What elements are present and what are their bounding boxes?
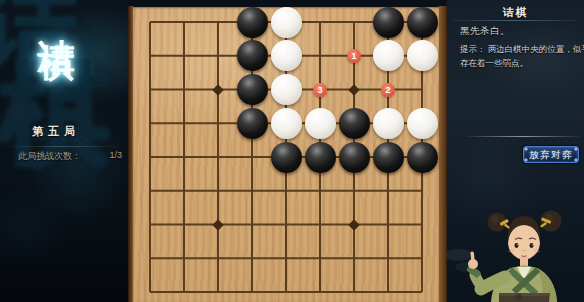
- hoshi-point: [348, 84, 359, 95]
- panel-title: 诘棋: [447, 5, 584, 20]
- stone-white: [271, 108, 302, 139]
- hint-line-2: 存在着一些弱点。: [460, 56, 584, 70]
- stone-black: [271, 142, 302, 173]
- stone-white: [271, 7, 302, 38]
- stone-black: [373, 7, 404, 38]
- panel-bottom-divider: [465, 136, 581, 137]
- stone-white: [373, 108, 404, 139]
- puzzle-objective: 黑先杀白。: [460, 25, 510, 38]
- give-up-button[interactable]: 放弃对弈: [523, 146, 579, 163]
- hint-marker-1[interactable]: 1: [347, 49, 361, 63]
- stone-black: [237, 40, 268, 71]
- stone-white: [373, 40, 404, 71]
- stone-black: [407, 142, 438, 173]
- stone-black: [237, 7, 268, 38]
- panel-title-divider: [452, 20, 579, 21]
- stone-black: [373, 142, 404, 173]
- stone-black: [237, 108, 268, 139]
- hint-marker-3[interactable]: 3: [313, 83, 327, 97]
- puzzle-info-panel: 诘棋 黑先杀白。 提示： 两边白棋中央的位置，似乎 存在着一些弱点。 放弃对弈: [447, 0, 584, 302]
- hoshi-point: [348, 219, 359, 230]
- stone-black: [407, 7, 438, 38]
- game-screen: 诘 棋 诘棋 第五局 此局挑战次数： 1/3 123 诘棋 黑先杀白。 提示： …: [0, 0, 584, 302]
- stone-black: [339, 108, 370, 139]
- stone-white: [305, 108, 336, 139]
- stone-white: [407, 40, 438, 71]
- hint-line-1: 提示： 两边白棋中央的位置，似乎: [460, 42, 584, 56]
- hoshi-point: [212, 84, 223, 95]
- stone-white: [407, 108, 438, 139]
- puzzle-hint: 提示： 两边白棋中央的位置，似乎 存在着一些弱点。: [460, 42, 584, 70]
- stone-black: [339, 142, 370, 173]
- stone-white: [271, 40, 302, 71]
- stone-white: [271, 74, 302, 105]
- stone-black: [305, 142, 336, 173]
- stone-black: [237, 74, 268, 105]
- companion-character: [447, 195, 584, 302]
- hint-marker-2[interactable]: 2: [381, 83, 395, 97]
- hoshi-point: [212, 219, 223, 230]
